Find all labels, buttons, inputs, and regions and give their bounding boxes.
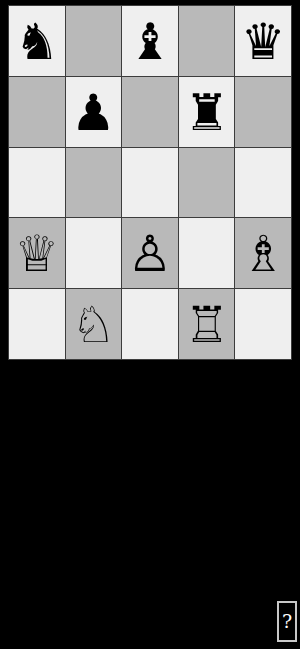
board-square-r1c1[interactable]: ♞	[9, 6, 65, 76]
white-pawn-piece[interactable]: ♙	[128, 229, 173, 279]
black-rook-piece[interactable]: ♜	[184, 88, 229, 138]
board-square-r3c4[interactable]	[179, 148, 235, 218]
board-square-r3c1[interactable]	[9, 148, 65, 218]
board-square-r5c1[interactable]	[9, 289, 65, 359]
chess-board: ♞♝♛♟♜♕♙♗♘♖	[8, 5, 292, 360]
board-square-r1c3[interactable]: ♝	[122, 6, 178, 76]
board-square-r3c2[interactable]	[66, 148, 122, 218]
white-queen-piece[interactable]: ♕	[14, 229, 59, 279]
board-square-r2c2[interactable]: ♟	[66, 77, 122, 147]
board-square-r2c3[interactable]	[122, 77, 178, 147]
board-square-r5c3[interactable]	[122, 289, 178, 359]
board-square-r3c3[interactable]	[122, 148, 178, 218]
board-square-r1c2[interactable]	[66, 6, 122, 76]
black-pawn-piece[interactable]: ♟	[71, 88, 116, 138]
black-knight-piece[interactable]: ♞	[14, 17, 59, 67]
board-square-r5c5[interactable]	[235, 289, 291, 359]
board-square-r2c5[interactable]	[235, 77, 291, 147]
board-square-r4c4[interactable]	[179, 218, 235, 288]
black-bishop-piece[interactable]: ♝	[128, 17, 173, 67]
board-square-r2c1[interactable]	[9, 77, 65, 147]
board-square-r1c4[interactable]	[179, 6, 235, 76]
board-square-r4c3[interactable]: ♙	[122, 218, 178, 288]
board-square-r1c5[interactable]: ♛	[235, 6, 291, 76]
board-square-r2c4[interactable]: ♜	[179, 77, 235, 147]
app-screen: ♞♝♛♟♜♕♙♗♘♖ ?	[0, 0, 300, 649]
black-queen-piece[interactable]: ♛	[241, 17, 286, 67]
board-square-r3c5[interactable]	[235, 148, 291, 218]
board-square-r5c2[interactable]: ♘	[66, 289, 122, 359]
board-square-r5c4[interactable]: ♖	[179, 289, 235, 359]
help-button[interactable]: ?	[277, 601, 297, 642]
board-square-r4c2[interactable]	[66, 218, 122, 288]
white-knight-piece[interactable]: ♘	[71, 300, 116, 350]
white-rook-piece[interactable]: ♖	[184, 300, 229, 350]
board-square-r4c1[interactable]: ♕	[9, 218, 65, 288]
white-bishop-piece[interactable]: ♗	[241, 229, 286, 279]
board-square-r4c5[interactable]: ♗	[235, 218, 291, 288]
